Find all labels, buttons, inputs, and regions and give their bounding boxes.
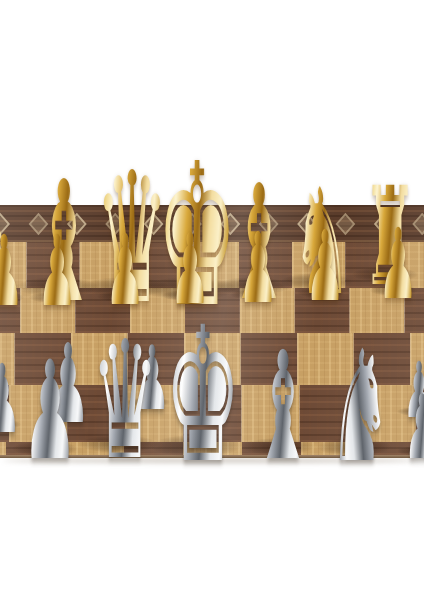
gold-pawn-piece: ♟ [0, 223, 24, 321]
silver-bishop-piece: ♝ [252, 332, 314, 481]
silver-pawn-piece: ♟ [0, 352, 22, 447]
gold-pawn-piece: ♟ [378, 216, 418, 314]
gold-pawn-piece: ♟ [105, 222, 145, 320]
silver-queen-piece: ♛ [91, 320, 158, 483]
gold-pawn-piece: ♟ [37, 223, 77, 321]
gold-pawn-piece: ♟ [305, 218, 345, 316]
silver-king-piece: ♚ [165, 303, 242, 489]
silver-pawn-piece: ♟ [404, 383, 424, 472]
product-photo: ♜♞♝♞♝♛♚♟♟♟♟♟♟♟♟♟♟♟♛♚♝♞♟♟ [0, 0, 424, 600]
silver-pawn-piece: ♟ [22, 344, 78, 480]
silver-knight-piece: ♞ [328, 329, 391, 483]
gold-pawn-piece: ♟ [238, 220, 278, 318]
